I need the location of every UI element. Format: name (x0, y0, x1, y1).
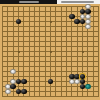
stone-black (16, 19, 22, 25)
stone-white (85, 24, 91, 30)
header-right-text (61, 1, 94, 3)
grid-line-vertical (66, 6, 67, 97)
stone-black (48, 79, 54, 85)
header-left-text (19, 1, 39, 3)
go-board[interactable] (0, 4, 100, 100)
teal-highlight-stone (85, 84, 91, 90)
grid-line-horizontal (2, 66, 99, 67)
star-point (18, 51, 20, 53)
stone-white (10, 69, 16, 75)
go-app-window (0, 0, 100, 100)
star-point (82, 51, 84, 53)
stone-black (10, 84, 16, 90)
stone-black (21, 79, 27, 85)
grid-line-horizontal (2, 61, 99, 62)
stone-black (69, 14, 75, 20)
grid-line-horizontal (2, 96, 99, 97)
grid-line-horizontal (2, 71, 99, 72)
grid-line-vertical (55, 6, 56, 97)
grid-line-vertical (93, 6, 94, 97)
star-point (50, 51, 52, 53)
grid-line-horizontal (2, 56, 99, 57)
grid-line-vertical (61, 6, 62, 97)
stone-black (21, 89, 27, 95)
star-point (50, 21, 52, 23)
stone-white (5, 89, 11, 95)
grid-line-vertical (98, 6, 99, 97)
